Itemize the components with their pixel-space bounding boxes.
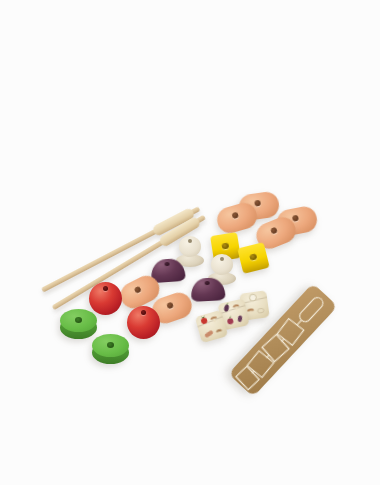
bead-hole (292, 215, 299, 222)
bead-hole (270, 227, 278, 235)
bead-hole (166, 302, 174, 310)
bead-hole (220, 257, 224, 261)
bead-hole (254, 200, 261, 207)
bead-hole (75, 317, 82, 323)
tomato-bead-2 (127, 306, 160, 339)
bead-hole (141, 310, 146, 315)
bead-hole (249, 253, 257, 261)
bead-hole (205, 281, 210, 285)
bead-hole (134, 286, 142, 294)
bead-hole (232, 212, 239, 219)
cheese-bead-2 (237, 242, 269, 274)
bead-hole (107, 342, 114, 348)
bead-hole (164, 262, 169, 266)
cucumber-bead-2 (92, 334, 129, 364)
bead-hole (103, 286, 108, 291)
product-photo-canvas (0, 0, 380, 485)
bead-hole (188, 239, 192, 243)
bead-hole (221, 243, 229, 250)
